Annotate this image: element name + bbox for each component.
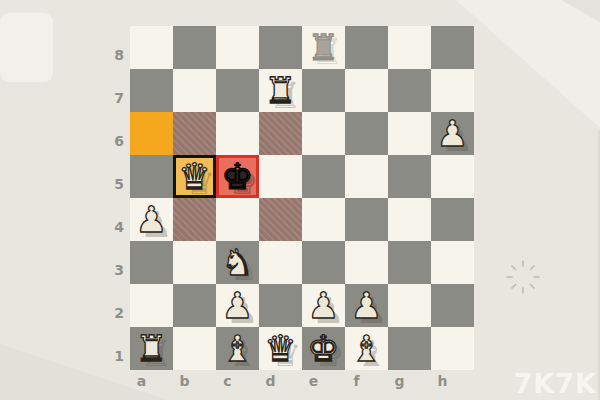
game-stage: 87654321 abcdefgh ♜♜♟♛♚♟♞♟♟♟♜♝♛♚♝ 7K7K	[0, 0, 600, 400]
white-king-e1[interactable]: ♚	[307, 331, 339, 367]
square-h4[interactable]	[431, 198, 474, 241]
rank-label-8: 8	[108, 33, 130, 76]
rank-label-1: 1	[108, 334, 130, 377]
square-g8[interactable]	[388, 26, 431, 69]
white-bishop-c1[interactable]: ♝	[221, 331, 253, 367]
black-king-c5[interactable]: ♚	[221, 159, 253, 195]
square-c6[interactable]	[216, 112, 259, 155]
square-c5[interactable]: ♚	[216, 155, 259, 198]
square-e1[interactable]: ♚	[302, 327, 345, 370]
white-pawn-e2[interactable]: ♟	[307, 288, 339, 324]
square-d7[interactable]: ♜	[259, 69, 302, 112]
square-h3[interactable]	[431, 241, 474, 284]
square-a2[interactable]	[130, 284, 173, 327]
square-g7[interactable]	[388, 69, 431, 112]
square-b7[interactable]	[173, 69, 216, 112]
square-b1[interactable]	[173, 327, 216, 370]
square-d4[interactable]	[259, 198, 302, 241]
white-queen-d1[interactable]: ♛	[264, 331, 296, 367]
square-f2[interactable]: ♟	[345, 284, 388, 327]
rank-label-2: 2	[108, 291, 130, 334]
file-label-d: d	[249, 372, 292, 390]
square-a4[interactable]: ♟	[130, 198, 173, 241]
square-f6[interactable]	[345, 112, 388, 155]
corner-panel	[0, 13, 53, 82]
white-pawn-f2[interactable]: ♟	[350, 288, 382, 324]
square-f8[interactable]	[345, 26, 388, 69]
square-a3[interactable]	[130, 241, 173, 284]
square-d6[interactable]	[259, 112, 302, 155]
square-g2[interactable]	[388, 284, 431, 327]
file-label-e: e	[292, 372, 335, 390]
square-a6[interactable]	[130, 112, 173, 155]
square-h7[interactable]	[431, 69, 474, 112]
square-d1[interactable]: ♛	[259, 327, 302, 370]
square-e7[interactable]	[302, 69, 345, 112]
square-d5[interactable]	[259, 155, 302, 198]
rank-labels: 87654321	[108, 26, 130, 370]
file-labels: abcdefgh	[130, 372, 474, 390]
white-pawn-h6[interactable]: ♟	[436, 116, 468, 152]
square-c3[interactable]: ♞	[216, 241, 259, 284]
square-a7[interactable]	[130, 69, 173, 112]
white-pawn-a4[interactable]: ♟	[135, 202, 167, 238]
square-g4[interactable]	[388, 198, 431, 241]
square-e3[interactable]	[302, 241, 345, 284]
square-b2[interactable]	[173, 284, 216, 327]
square-a1[interactable]: ♜	[130, 327, 173, 370]
square-c2[interactable]: ♟	[216, 284, 259, 327]
square-c8[interactable]	[216, 26, 259, 69]
rank-label-7: 7	[108, 76, 130, 119]
square-e2[interactable]: ♟	[302, 284, 345, 327]
square-b3[interactable]	[173, 241, 216, 284]
square-e8[interactable]: ♜	[302, 26, 345, 69]
square-h5[interactable]	[431, 155, 474, 198]
file-label-b: b	[163, 372, 206, 390]
black-rook-e8[interactable]: ♜	[307, 30, 339, 66]
square-d3[interactable]	[259, 241, 302, 284]
rank-label-4: 4	[108, 205, 130, 248]
chess-board: ♜♜♟♛♚♟♞♟♟♟♜♝♛♚♝	[130, 26, 474, 370]
square-c7[interactable]	[216, 69, 259, 112]
square-g5[interactable]	[388, 155, 431, 198]
white-queen-b5[interactable]: ♛	[178, 159, 210, 195]
square-h8[interactable]	[431, 26, 474, 69]
square-c4[interactable]	[216, 198, 259, 241]
white-rook-a1[interactable]: ♜	[135, 331, 167, 367]
square-a5[interactable]	[130, 155, 173, 198]
square-b5[interactable]: ♛	[173, 155, 216, 198]
square-h2[interactable]	[431, 284, 474, 327]
square-b8[interactable]	[173, 26, 216, 69]
rank-label-5: 5	[108, 162, 130, 205]
white-rook-d7[interactable]: ♜	[264, 73, 296, 109]
rank-label-3: 3	[108, 248, 130, 291]
square-f7[interactable]	[345, 69, 388, 112]
white-knight-c3[interactable]: ♞	[221, 245, 253, 281]
site-watermark: 7K7K	[514, 368, 597, 399]
square-h1[interactable]	[431, 327, 474, 370]
square-f1[interactable]: ♝	[345, 327, 388, 370]
square-d2[interactable]	[259, 284, 302, 327]
square-f5[interactable]	[345, 155, 388, 198]
square-e5[interactable]	[302, 155, 345, 198]
file-label-g: g	[378, 372, 421, 390]
file-label-h: h	[421, 372, 464, 390]
square-e6[interactable]	[302, 112, 345, 155]
sparkle-icon	[505, 259, 541, 295]
square-b6[interactable]	[173, 112, 216, 155]
file-label-f: f	[335, 372, 378, 390]
square-f3[interactable]	[345, 241, 388, 284]
square-d8[interactable]	[259, 26, 302, 69]
white-bishop-f1[interactable]: ♝	[350, 331, 382, 367]
white-pawn-c2[interactable]: ♟	[221, 288, 253, 324]
square-h6[interactable]: ♟	[431, 112, 474, 155]
square-f4[interactable]	[345, 198, 388, 241]
square-g3[interactable]	[388, 241, 431, 284]
file-label-a: a	[120, 372, 163, 390]
file-label-c: c	[206, 372, 249, 390]
square-c1[interactable]: ♝	[216, 327, 259, 370]
square-e4[interactable]	[302, 198, 345, 241]
square-b4[interactable]	[173, 198, 216, 241]
square-a8[interactable]	[130, 26, 173, 69]
rank-label-6: 6	[108, 119, 130, 162]
square-g1[interactable]	[388, 327, 431, 370]
square-g6[interactable]	[388, 112, 431, 155]
